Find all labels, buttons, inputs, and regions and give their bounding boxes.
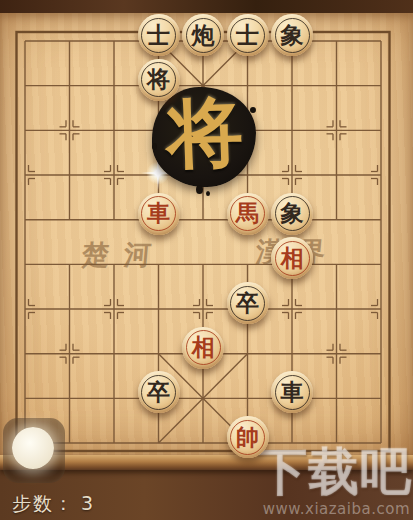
floating-assistant-button[interactable] (3, 418, 65, 483)
piece-glyph: 炮 (192, 23, 215, 46)
move-counter-value: 3 (81, 492, 95, 514)
piece-black-general[interactable]: 将 (138, 59, 180, 101)
move-sparkle-effect (146, 161, 170, 185)
piece-black-advisor[interactable]: 士 (138, 14, 180, 56)
piece-red-elephant[interactable]: 相 (182, 327, 224, 369)
piece-red-chariot[interactable]: 車 (138, 193, 180, 235)
move-counter: 步数：3 (12, 491, 95, 517)
piece-glyph: 車 (147, 201, 170, 224)
piece-black-soldier[interactable]: 卒 (227, 282, 269, 324)
move-counter-label: 步数： (12, 492, 75, 514)
piece-black-soldier[interactable]: 卒 (138, 371, 180, 413)
piece-glyph: 象 (281, 23, 304, 46)
piece-glyph: 象 (281, 201, 304, 224)
piece-glyph: 馬 (236, 201, 259, 224)
piece-glyph: 相 (281, 246, 304, 269)
piece-red-horse[interactable]: 馬 (227, 193, 269, 235)
piece-glyph: 車 (281, 380, 304, 403)
assistant-knob-icon (12, 427, 54, 469)
piece-black-elephant[interactable]: 象 (271, 14, 313, 56)
piece-black-cannon[interactable]: 炮 (182, 14, 224, 56)
piece-glyph: 卒 (147, 380, 170, 403)
piece-black-advisor[interactable]: 士 (227, 14, 269, 56)
piece-glyph: 士 (236, 23, 259, 46)
piece-glyph: 卒 (236, 291, 259, 314)
piece-glyph: 帥 (236, 425, 259, 448)
piece-glyph: 将 (147, 67, 170, 90)
river-label-left: 楚河 (80, 237, 167, 273)
piece-glyph: 士 (147, 23, 170, 46)
game-screen: 楚河 漢界 士炮士象将車馬象相卒相卒車帥 将 步数：3 下载吧 www.xiaz… (0, 0, 413, 520)
piece-black-elephant[interactable]: 象 (271, 193, 313, 235)
piece-glyph: 相 (192, 335, 215, 358)
piece-red-general[interactable]: 帥 (227, 416, 269, 458)
